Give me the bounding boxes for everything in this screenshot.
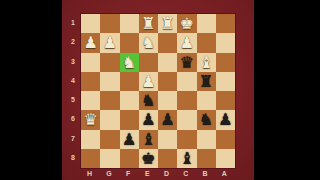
white-rook-d1: ♜ bbox=[160, 14, 174, 33]
square-d6: ♟ bbox=[158, 110, 177, 129]
square-e6: ♟ bbox=[139, 110, 158, 129]
black-queen-c3: ♛ bbox=[180, 53, 194, 72]
square-e7: ♝ bbox=[139, 130, 158, 149]
white-king-c1: ♚ bbox=[180, 14, 194, 33]
black-rook-b4: ♜ bbox=[199, 72, 213, 91]
white-knight-f3: ♞ bbox=[122, 53, 136, 72]
square-d2 bbox=[158, 33, 177, 52]
square-h1 bbox=[81, 14, 100, 33]
square-g2: ♟ bbox=[100, 33, 119, 52]
square-e2: ♞ bbox=[139, 33, 158, 52]
board-frame: 12345678 ♜♜♚♟♟♞♟♞♛♝♟♜♞♛♟♟♞♟♟♝♚♝ HGFEDCBA bbox=[62, 0, 254, 180]
square-h5 bbox=[81, 91, 100, 110]
file-label-a: A bbox=[215, 167, 234, 179]
square-a2 bbox=[216, 33, 235, 52]
file-label-h: H bbox=[80, 167, 99, 179]
square-e8: ♚ bbox=[139, 149, 158, 168]
square-b8 bbox=[197, 149, 216, 168]
square-a7 bbox=[216, 130, 235, 149]
square-a4 bbox=[216, 72, 235, 91]
square-d1: ♜ bbox=[158, 14, 177, 33]
square-f5 bbox=[120, 91, 139, 110]
rank-label-8: 8 bbox=[68, 148, 78, 167]
black-pawn-e6: ♟ bbox=[141, 110, 155, 129]
white-queen-h6: ♛ bbox=[83, 110, 97, 129]
square-f8 bbox=[120, 149, 139, 168]
white-pawn-h2: ♟ bbox=[83, 33, 97, 52]
square-h2: ♟ bbox=[81, 33, 100, 52]
black-pawn-f7: ♟ bbox=[122, 130, 136, 149]
square-g3 bbox=[100, 53, 119, 72]
file-label-b: B bbox=[196, 167, 215, 179]
black-knight-e5: ♞ bbox=[141, 91, 155, 110]
file-label-f: F bbox=[119, 167, 138, 179]
chess-board: ♜♜♚♟♟♞♟♞♛♝♟♜♞♛♟♟♞♟♟♝♚♝ bbox=[80, 13, 236, 169]
square-f6 bbox=[120, 110, 139, 129]
square-f4 bbox=[120, 72, 139, 91]
square-c8: ♝ bbox=[177, 149, 196, 168]
white-pawn-c2: ♟ bbox=[180, 33, 194, 52]
square-b4: ♜ bbox=[197, 72, 216, 91]
black-bishop-e7: ♝ bbox=[141, 130, 155, 149]
square-c4 bbox=[177, 72, 196, 91]
square-f3: ♞ bbox=[120, 53, 139, 72]
white-pawn-g2: ♟ bbox=[103, 33, 117, 52]
file-label-d: D bbox=[157, 167, 176, 179]
square-b3: ♝ bbox=[197, 53, 216, 72]
file-label-e: E bbox=[138, 167, 157, 179]
video-frame: 12345678 ♜♜♚♟♟♞♟♞♛♝♟♜♞♛♟♟♞♟♟♝♚♝ HGFEDCBA bbox=[0, 0, 320, 180]
square-g6 bbox=[100, 110, 119, 129]
square-f2 bbox=[120, 33, 139, 52]
square-h8 bbox=[81, 149, 100, 168]
rank-labels: 12345678 bbox=[68, 13, 78, 167]
square-a6: ♟ bbox=[216, 110, 235, 129]
rank-label-7: 7 bbox=[68, 129, 78, 148]
square-h4 bbox=[81, 72, 100, 91]
rank-label-2: 2 bbox=[68, 32, 78, 51]
square-h6: ♛ bbox=[81, 110, 100, 129]
square-c6 bbox=[177, 110, 196, 129]
square-h7 bbox=[81, 130, 100, 149]
rank-label-5: 5 bbox=[68, 90, 78, 109]
square-c3: ♛ bbox=[177, 53, 196, 72]
rank-label-3: 3 bbox=[68, 52, 78, 71]
square-g5 bbox=[100, 91, 119, 110]
square-f7: ♟ bbox=[120, 130, 139, 149]
square-g8 bbox=[100, 149, 119, 168]
white-rook-e1: ♜ bbox=[141, 14, 155, 33]
square-f1 bbox=[120, 14, 139, 33]
square-b7 bbox=[197, 130, 216, 149]
square-h3 bbox=[81, 53, 100, 72]
square-e4: ♟ bbox=[139, 72, 158, 91]
file-label-g: G bbox=[99, 167, 118, 179]
square-d7 bbox=[158, 130, 177, 149]
square-e3 bbox=[139, 53, 158, 72]
square-g7 bbox=[100, 130, 119, 149]
square-c2: ♟ bbox=[177, 33, 196, 52]
file-labels: HGFEDCBA bbox=[80, 167, 234, 179]
white-pawn-e4: ♟ bbox=[141, 72, 155, 91]
square-e5: ♞ bbox=[139, 91, 158, 110]
rank-label-1: 1 bbox=[68, 13, 78, 32]
square-b5 bbox=[197, 91, 216, 110]
square-a1 bbox=[216, 14, 235, 33]
black-bishop-c8: ♝ bbox=[180, 149, 194, 168]
square-c5 bbox=[177, 91, 196, 110]
square-b1 bbox=[197, 14, 216, 33]
square-d5 bbox=[158, 91, 177, 110]
square-g1 bbox=[100, 14, 119, 33]
black-pawn-d6: ♟ bbox=[160, 110, 174, 129]
rank-label-6: 6 bbox=[68, 109, 78, 128]
square-c1: ♚ bbox=[177, 14, 196, 33]
black-knight-b6: ♞ bbox=[199, 110, 213, 129]
square-d8 bbox=[158, 149, 177, 168]
rank-label-4: 4 bbox=[68, 71, 78, 90]
square-a8 bbox=[216, 149, 235, 168]
square-a5 bbox=[216, 91, 235, 110]
square-a3 bbox=[216, 53, 235, 72]
square-g4 bbox=[100, 72, 119, 91]
file-label-c: C bbox=[176, 167, 195, 179]
square-d3 bbox=[158, 53, 177, 72]
black-king-e8: ♚ bbox=[141, 149, 155, 168]
white-bishop-b3: ♝ bbox=[199, 53, 213, 72]
square-e1: ♜ bbox=[139, 14, 158, 33]
square-d4 bbox=[158, 72, 177, 91]
square-b6: ♞ bbox=[197, 110, 216, 129]
black-pawn-a6: ♟ bbox=[218, 110, 232, 129]
square-c7 bbox=[177, 130, 196, 149]
white-knight-e2: ♞ bbox=[141, 33, 155, 52]
square-b2 bbox=[197, 33, 216, 52]
